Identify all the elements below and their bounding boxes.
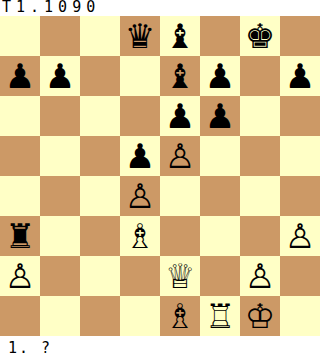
square-b8[interactable] bbox=[40, 16, 80, 56]
square-d6[interactable] bbox=[120, 96, 160, 136]
square-h6[interactable] bbox=[280, 96, 320, 136]
square-h4[interactable] bbox=[280, 176, 320, 216]
square-d5[interactable]: ♟ bbox=[120, 136, 160, 176]
square-a2[interactable]: ♙ bbox=[0, 256, 40, 296]
black-queen: ♛ bbox=[125, 16, 155, 56]
white-rook: ♖ bbox=[205, 296, 235, 336]
square-a7[interactable]: ♟ bbox=[0, 56, 40, 96]
square-f2[interactable] bbox=[200, 256, 240, 296]
white-bishop: ♗ bbox=[165, 296, 195, 336]
black-pawn: ♟ bbox=[125, 136, 155, 176]
white-pawn: ♙ bbox=[5, 256, 35, 296]
black-pawn: ♟ bbox=[165, 96, 195, 136]
black-bishop: ♝ bbox=[165, 56, 195, 96]
square-d4[interactable]: ♙ bbox=[120, 176, 160, 216]
square-f1[interactable]: ♖ bbox=[200, 296, 240, 336]
square-e4[interactable] bbox=[160, 176, 200, 216]
square-h8[interactable] bbox=[280, 16, 320, 56]
black-king: ♚ bbox=[245, 16, 275, 56]
square-c1[interactable] bbox=[80, 296, 120, 336]
square-d7[interactable] bbox=[120, 56, 160, 96]
square-g8[interactable]: ♚ bbox=[240, 16, 280, 56]
white-pawn: ♙ bbox=[125, 176, 155, 216]
black-pawn: ♟ bbox=[205, 56, 235, 96]
square-a6[interactable] bbox=[0, 96, 40, 136]
square-e7[interactable]: ♝ bbox=[160, 56, 200, 96]
black-pawn: ♟ bbox=[5, 56, 35, 96]
white-queen: ♕ bbox=[165, 256, 195, 296]
square-b4[interactable] bbox=[40, 176, 80, 216]
square-g3[interactable] bbox=[240, 216, 280, 256]
square-b2[interactable] bbox=[40, 256, 80, 296]
square-c7[interactable] bbox=[80, 56, 120, 96]
square-c2[interactable] bbox=[80, 256, 120, 296]
square-f3[interactable] bbox=[200, 216, 240, 256]
black-pawn: ♟ bbox=[45, 56, 75, 96]
white-king: ♔ bbox=[245, 296, 275, 336]
square-h3[interactable]: ♙ bbox=[280, 216, 320, 256]
square-b3[interactable] bbox=[40, 216, 80, 256]
black-rook: ♜ bbox=[5, 216, 35, 256]
square-h7[interactable]: ♟ bbox=[280, 56, 320, 96]
square-a5[interactable] bbox=[0, 136, 40, 176]
square-f7[interactable]: ♟ bbox=[200, 56, 240, 96]
square-g4[interactable] bbox=[240, 176, 280, 216]
square-d1[interactable] bbox=[120, 296, 160, 336]
white-pawn: ♙ bbox=[245, 256, 275, 296]
square-b1[interactable] bbox=[40, 296, 80, 336]
square-d8[interactable]: ♛ bbox=[120, 16, 160, 56]
white-pawn: ♙ bbox=[165, 136, 195, 176]
square-c8[interactable] bbox=[80, 16, 120, 56]
square-e3[interactable] bbox=[160, 216, 200, 256]
black-pawn: ♟ bbox=[205, 96, 235, 136]
white-pawn: ♙ bbox=[285, 216, 315, 256]
square-e6[interactable]: ♟ bbox=[160, 96, 200, 136]
square-a1[interactable] bbox=[0, 296, 40, 336]
square-g2[interactable]: ♙ bbox=[240, 256, 280, 296]
square-d2[interactable] bbox=[120, 256, 160, 296]
square-g7[interactable] bbox=[240, 56, 280, 96]
square-c5[interactable] bbox=[80, 136, 120, 176]
square-a3[interactable]: ♜ bbox=[0, 216, 40, 256]
square-h5[interactable] bbox=[280, 136, 320, 176]
square-b7[interactable]: ♟ bbox=[40, 56, 80, 96]
square-f6[interactable]: ♟ bbox=[200, 96, 240, 136]
square-e1[interactable]: ♗ bbox=[160, 296, 200, 336]
square-e2[interactable]: ♕ bbox=[160, 256, 200, 296]
square-d3[interactable]: ♗ bbox=[120, 216, 160, 256]
white-bishop: ♗ bbox=[125, 216, 155, 256]
square-c6[interactable] bbox=[80, 96, 120, 136]
black-pawn: ♟ bbox=[285, 56, 315, 96]
square-b5[interactable] bbox=[40, 136, 80, 176]
square-h2[interactable] bbox=[280, 256, 320, 296]
square-a4[interactable] bbox=[0, 176, 40, 216]
square-e5[interactable]: ♙ bbox=[160, 136, 200, 176]
black-bishop: ♝ bbox=[165, 16, 195, 56]
square-g6[interactable] bbox=[240, 96, 280, 136]
square-b6[interactable] bbox=[40, 96, 80, 136]
chess-board: ♛♝♚♟♟♝♟♟♟♟♟♙♙♜♗♙♙♕♙♗♖♔ bbox=[0, 16, 320, 336]
square-f5[interactable] bbox=[200, 136, 240, 176]
square-g1[interactable]: ♔ bbox=[240, 296, 280, 336]
move-prompt: 1. ? bbox=[8, 338, 52, 358]
square-e8[interactable]: ♝ bbox=[160, 16, 200, 56]
puzzle-title: T1.1090 bbox=[2, 0, 100, 16]
square-h1[interactable] bbox=[280, 296, 320, 336]
square-f4[interactable] bbox=[200, 176, 240, 216]
square-c4[interactable] bbox=[80, 176, 120, 216]
square-a8[interactable] bbox=[0, 16, 40, 56]
square-f8[interactable] bbox=[200, 16, 240, 56]
square-g5[interactable] bbox=[240, 136, 280, 176]
square-c3[interactable] bbox=[80, 216, 120, 256]
